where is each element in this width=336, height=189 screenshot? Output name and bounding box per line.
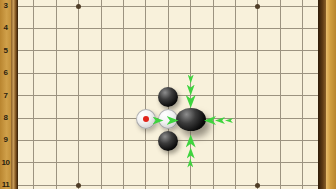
gomoku-board: 34567891011 xyxy=(0,0,336,189)
board-frame-right-edge xyxy=(318,0,326,189)
star-point xyxy=(76,4,81,9)
board-frame-left-edge xyxy=(11,0,18,189)
row-label: 6 xyxy=(0,68,11,78)
star-point xyxy=(255,4,260,9)
row-label: 7 xyxy=(0,91,11,101)
grid-hline xyxy=(11,50,326,51)
black-stone xyxy=(158,87,178,107)
black-stone-large xyxy=(176,108,206,131)
grid-hline xyxy=(11,73,326,74)
row-label: 5 xyxy=(0,46,11,56)
grid-hline xyxy=(11,28,326,29)
row-label: 9 xyxy=(0,135,11,145)
star-point xyxy=(76,183,81,188)
white-stone xyxy=(136,109,156,129)
row-label: 11 xyxy=(0,180,11,189)
row-label: 10 xyxy=(0,158,11,168)
row-label: 4 xyxy=(0,23,11,33)
row-label: 8 xyxy=(0,113,11,123)
grid-hline xyxy=(11,185,326,186)
grid-hline xyxy=(11,6,326,7)
grid-hline xyxy=(11,162,326,163)
last-move-red-dot xyxy=(143,116,149,122)
row-label: 3 xyxy=(0,1,11,11)
board-frame-right-margin xyxy=(326,0,336,189)
